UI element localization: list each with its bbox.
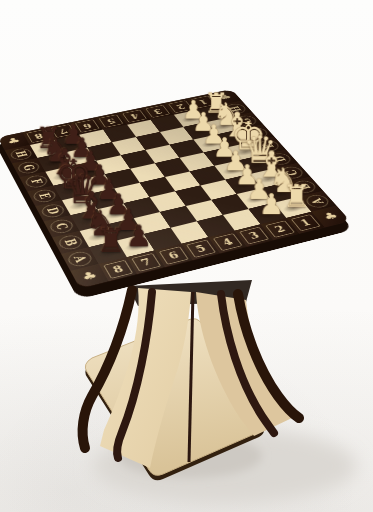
product-photo-scene: chess ♣87654 xyxy=(0,0,373,512)
square-b4[interactable] xyxy=(186,200,223,221)
rook-glyph: ♜ xyxy=(72,224,150,257)
pawn-glyph: ♟ xyxy=(234,190,309,218)
